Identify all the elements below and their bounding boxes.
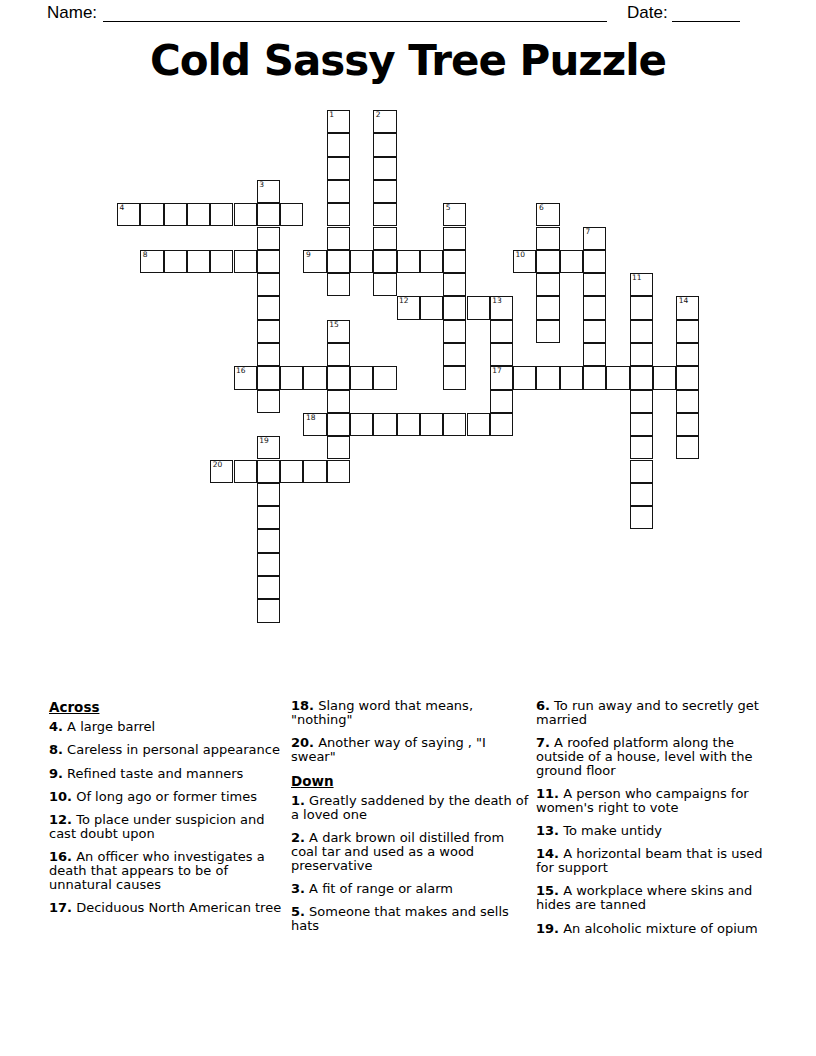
grid-cell[interactable] — [676, 343, 699, 366]
clue-1-down: 1. Greatly saddened by the death of a lo… — [291, 794, 533, 822]
grid-cell[interactable] — [257, 366, 280, 389]
clue-number-label: 5 — [446, 204, 451, 212]
grid-cell[interactable] — [630, 343, 653, 366]
grid-cell[interactable] — [630, 460, 653, 483]
grid-cell[interactable] — [420, 250, 443, 273]
clue-10-across: 10. Of long ago or former times — [49, 790, 285, 804]
grid-cell[interactable] — [257, 273, 280, 296]
grid-cell[interactable] — [583, 320, 606, 343]
clue-number: 17. — [49, 900, 72, 915]
clue-number: 6. — [536, 698, 550, 713]
grid-cell[interactable] — [373, 273, 396, 296]
grid-cell[interactable] — [630, 506, 653, 529]
clue-number: 11. — [536, 786, 559, 801]
grid-cell[interactable] — [257, 599, 280, 622]
clue-number-label: 6 — [539, 204, 544, 212]
clue-number: 13. — [536, 823, 559, 838]
clue-6-down: 6. To run away and to secretly get marri… — [536, 699, 774, 727]
clue-number: 14. — [536, 846, 559, 861]
clue-11-down: 11. A person who campaigns for women's r… — [536, 787, 774, 815]
clue-13-down: 13. To make untidy — [536, 824, 774, 838]
grid-cell[interactable]: 13 — [490, 296, 513, 319]
grid-cell[interactable]: 16 — [234, 366, 257, 389]
clue-number-label: 11 — [632, 274, 642, 282]
name-blank-line[interactable] — [103, 21, 607, 22]
clue-3-down: 3. A fit of range or alarm — [291, 882, 533, 896]
clue-number-label: 17 — [492, 367, 502, 375]
grid-cell[interactable] — [560, 250, 583, 273]
clue-17-across: 17. Deciduous North American tree — [49, 901, 285, 915]
grid-cell[interactable] — [443, 273, 466, 296]
grid-cell[interactable] — [373, 157, 396, 180]
down-header: Down — [291, 773, 533, 789]
grid-cell[interactable] — [210, 203, 233, 226]
grid-cell[interactable] — [676, 436, 699, 459]
grid-cell[interactable] — [257, 553, 280, 576]
clues-column-2: 18. Slang word that means, "nothing"20. … — [291, 699, 533, 943]
grid-cell[interactable] — [327, 250, 350, 273]
clue-number-label: 16 — [236, 367, 246, 375]
clue-number-label: 1 — [329, 111, 334, 119]
clue-number: 16. — [49, 849, 72, 864]
grid-cell[interactable]: 20 — [210, 460, 233, 483]
grid-cell[interactable] — [630, 390, 653, 413]
grid-cell[interactable] — [536, 366, 559, 389]
clue-number-label: 7 — [586, 228, 591, 236]
grid-cell[interactable] — [583, 343, 606, 366]
clue-number-label: 13 — [492, 297, 502, 305]
grid-cell[interactable] — [257, 576, 280, 599]
clue-2-down: 2. A dark brown oil distilled from coal … — [291, 831, 533, 872]
grid-cell[interactable] — [490, 413, 513, 436]
grid-cell[interactable] — [490, 343, 513, 366]
grid-cell[interactable] — [234, 250, 257, 273]
grid-cell[interactable]: 9 — [303, 250, 326, 273]
clue-number-label: 14 — [679, 297, 689, 305]
grid-cell[interactable] — [443, 343, 466, 366]
clue-number: 15. — [536, 883, 559, 898]
grid-cell[interactable] — [536, 320, 559, 343]
grid-cell[interactable]: 17 — [490, 366, 513, 389]
clue-9-across: 9. Refined taste and manners — [49, 767, 285, 781]
date-label: Date: — [627, 3, 668, 23]
clues-column-1: Across4. A large barrel8. Careless in pe… — [49, 699, 285, 924]
grid-cell[interactable] — [350, 250, 373, 273]
grid-cell[interactable]: 11 — [630, 273, 653, 296]
grid-cell[interactable] — [373, 366, 396, 389]
clue-12-across: 12. To place under suspicion and cast do… — [49, 813, 285, 841]
grid-cell[interactable] — [536, 273, 559, 296]
clues-column-3: 6. To run away and to secretly get marri… — [536, 699, 774, 945]
grid-cell[interactable] — [397, 413, 420, 436]
grid-cell[interactable] — [676, 390, 699, 413]
grid-cell[interactable] — [443, 227, 466, 250]
grid-cell[interactable] — [373, 203, 396, 226]
grid-cell[interactable] — [443, 250, 466, 273]
clue-8-across: 8. Careless in personal appearance — [49, 743, 285, 757]
clue-number: 12. — [49, 812, 72, 827]
grid-cell[interactable] — [280, 203, 303, 226]
clue-number-label: 10 — [516, 251, 526, 259]
grid-cell[interactable] — [373, 133, 396, 156]
grid-cell[interactable] — [350, 366, 373, 389]
grid-cell[interactable] — [630, 366, 653, 389]
grid-cell[interactable] — [630, 320, 653, 343]
clue-number-label: 3 — [259, 181, 264, 189]
grid-cell[interactable] — [234, 460, 257, 483]
clue-number-label: 19 — [259, 437, 269, 445]
clue-number-label: 9 — [306, 251, 311, 259]
clue-number: 18. — [291, 698, 314, 713]
grid-cell[interactable] — [373, 250, 396, 273]
grid-cell[interactable] — [327, 227, 350, 250]
grid-cell[interactable] — [257, 529, 280, 552]
grid-cell[interactable] — [420, 413, 443, 436]
grid-cell[interactable] — [583, 366, 606, 389]
grid-cell[interactable]: 2 — [373, 110, 396, 133]
clue-20-across: 20. Another way of saying , "I swear" — [291, 736, 533, 764]
grid-cell[interactable] — [257, 343, 280, 366]
grid-cell[interactable] — [210, 250, 233, 273]
grid-cell[interactable] — [140, 203, 163, 226]
grid-cell[interactable] — [630, 413, 653, 436]
grid-cell[interactable] — [257, 227, 280, 250]
clue-number-label: 12 — [399, 297, 409, 305]
grid-cell[interactable] — [536, 296, 559, 319]
grid-cell[interactable] — [280, 460, 303, 483]
grid-cell[interactable]: 14 — [676, 296, 699, 319]
grid-cell[interactable]: 10 — [513, 250, 536, 273]
grid-cell[interactable] — [467, 296, 490, 319]
grid-cell[interactable] — [257, 483, 280, 506]
grid-cell[interactable] — [467, 413, 490, 436]
grid-cell[interactable] — [513, 366, 536, 389]
grid-cell[interactable] — [560, 366, 583, 389]
clue-number: 8. — [49, 742, 63, 757]
clue-number: 3. — [291, 881, 305, 896]
grid-cell[interactable] — [187, 203, 210, 226]
clue-number: 10. — [49, 789, 72, 804]
grid-cell[interactable] — [303, 460, 326, 483]
grid-cell[interactable] — [327, 157, 350, 180]
grid-cell[interactable]: 5 — [443, 203, 466, 226]
grid-cell[interactable] — [630, 296, 653, 319]
grid-cell[interactable] — [583, 250, 606, 273]
clue-19-down: 19. An alcoholic mixture of opium — [536, 922, 774, 936]
clue-14-down: 14. A horizontal beam that is used for s… — [536, 847, 774, 875]
grid-cell[interactable]: 18 — [303, 413, 326, 436]
grid-cell[interactable] — [490, 390, 513, 413]
name-label: Name: — [47, 3, 97, 23]
grid-cell[interactable] — [234, 203, 257, 226]
grid-cell[interactable] — [397, 250, 420, 273]
grid-cell[interactable]: 15 — [327, 320, 350, 343]
grid-cell[interactable] — [443, 413, 466, 436]
grid-cell[interactable] — [536, 227, 559, 250]
grid-cell[interactable] — [257, 390, 280, 413]
page-title: Cold Sassy Tree Puzzle — [0, 36, 816, 85]
grid-cell[interactable]: 1 — [327, 110, 350, 133]
grid-cell[interactable] — [257, 203, 280, 226]
grid-cell[interactable] — [327, 390, 350, 413]
grid-cell[interactable] — [280, 366, 303, 389]
clue-number: 7. — [536, 735, 550, 750]
grid-cell[interactable]: 7 — [583, 227, 606, 250]
clue-15-down: 15. A workplace where skins and hides ar… — [536, 884, 774, 912]
grid-cell[interactable] — [630, 436, 653, 459]
clue-number: 2. — [291, 830, 305, 845]
clue-number-label: 4 — [120, 204, 125, 212]
clue-16-across: 16. An officer who investigates a death … — [49, 850, 285, 891]
grid-cell[interactable] — [420, 296, 443, 319]
grid-cell[interactable] — [327, 460, 350, 483]
grid-cell[interactable]: 19 — [257, 436, 280, 459]
grid-cell[interactable] — [257, 506, 280, 529]
grid-cell[interactable] — [257, 320, 280, 343]
grid-cell[interactable] — [327, 180, 350, 203]
across-header: Across — [49, 699, 285, 715]
grid-cell[interactable]: 8 — [140, 250, 163, 273]
clue-number: 20. — [291, 735, 314, 750]
grid-cell[interactable] — [327, 203, 350, 226]
clue-4-across: 4. A large barrel — [49, 720, 285, 734]
grid-cell[interactable] — [327, 273, 350, 296]
clue-18-across: 18. Slang word that means, "nothing" — [291, 699, 533, 727]
grid-cell[interactable] — [443, 320, 466, 343]
grid-cell[interactable] — [606, 366, 629, 389]
crossword-grid: 1234567891011121314151617181920 — [117, 110, 701, 624]
grid-cell[interactable] — [164, 250, 187, 273]
grid-cell[interactable] — [373, 227, 396, 250]
grid-cell[interactable] — [373, 413, 396, 436]
clue-number: 5. — [291, 904, 305, 919]
grid-cell[interactable] — [257, 296, 280, 319]
grid-cell[interactable] — [327, 133, 350, 156]
clue-5-down: 5. Someone that makes and sells hats — [291, 905, 533, 933]
clue-number: 9. — [49, 766, 63, 781]
clue-number-label: 20 — [213, 461, 223, 469]
grid-cell[interactable]: 12 — [397, 296, 420, 319]
grid-cell[interactable] — [327, 413, 350, 436]
grid-cell[interactable]: 4 — [117, 203, 140, 226]
grid-cell[interactable] — [676, 413, 699, 436]
grid-cell[interactable]: 6 — [536, 203, 559, 226]
clue-number-label: 18 — [306, 414, 316, 422]
grid-cell[interactable] — [303, 366, 326, 389]
grid-cell[interactable] — [583, 273, 606, 296]
grid-cell[interactable] — [676, 320, 699, 343]
grid-cell[interactable] — [350, 413, 373, 436]
date-blank-line[interactable] — [672, 21, 740, 22]
grid-cell[interactable] — [630, 483, 653, 506]
grid-cell[interactable] — [327, 343, 350, 366]
clue-number-label: 15 — [329, 321, 339, 329]
clue-number: 1. — [291, 793, 305, 808]
clue-number: 19. — [536, 921, 559, 936]
grid-cell[interactable]: 3 — [257, 180, 280, 203]
grid-cell[interactable] — [327, 436, 350, 459]
grid-cell[interactable] — [676, 366, 699, 389]
grid-cell[interactable] — [187, 250, 210, 273]
grid-cell[interactable] — [583, 296, 606, 319]
grid-cell[interactable] — [257, 250, 280, 273]
grid-cell[interactable] — [443, 296, 466, 319]
clue-number-label: 2 — [376, 111, 381, 119]
clue-number-label: 8 — [143, 251, 148, 259]
grid-cell[interactable] — [653, 366, 676, 389]
grid-cell[interactable] — [443, 366, 466, 389]
grid-cell[interactable] — [490, 320, 513, 343]
grid-cell[interactable] — [327, 366, 350, 389]
grid-cell[interactable] — [373, 180, 396, 203]
clue-number: 4. — [49, 719, 63, 734]
grid-cell[interactable] — [257, 460, 280, 483]
worksheet-page: Name: Date: Cold Sassy Tree Puzzle 12345… — [0, 0, 816, 1056]
clue-7-down: 7. A roofed platform along the outside o… — [536, 736, 774, 777]
grid-cell[interactable] — [536, 250, 559, 273]
grid-cell[interactable] — [164, 203, 187, 226]
